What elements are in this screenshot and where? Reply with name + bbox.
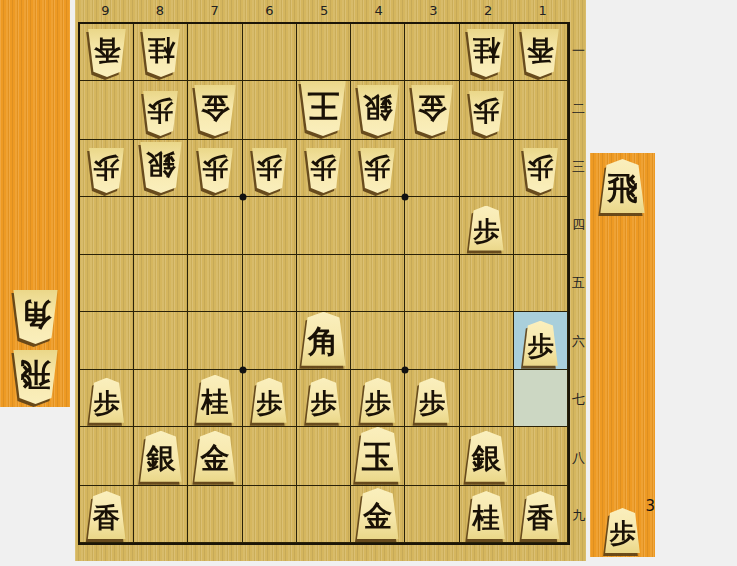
piece-sente-bishop[interactable]: 角 <box>300 312 347 366</box>
piece-body: 香 <box>520 29 560 77</box>
square-1-3[interactable]: 歩 <box>514 140 568 197</box>
piece-sente-lance[interactable]: 香 <box>520 491 560 539</box>
hand-item-pawn[interactable]: 歩3 <box>604 508 641 553</box>
square-8-7[interactable] <box>134 370 188 427</box>
piece-kanji: 歩 <box>365 155 391 181</box>
rank-label: 五 <box>571 254 586 312</box>
square-6-3[interactable]: 歩 <box>243 140 297 197</box>
file-label: 2 <box>461 0 516 21</box>
square-8-9[interactable] <box>134 486 188 543</box>
piece-kanji: 玉 <box>362 441 394 473</box>
piece-body: 歩 <box>142 91 179 136</box>
piece-sente-pawn[interactable]: 歩 <box>359 378 396 423</box>
piece-body: 銀 <box>356 85 400 136</box>
square-3-7[interactable]: 歩 <box>405 370 459 427</box>
piece-sente-pawn[interactable]: 歩 <box>88 378 125 423</box>
piece-body: 歩 <box>359 378 396 423</box>
piece-body: 銀 <box>139 431 183 482</box>
square-9-9[interactable]: 香 <box>80 486 134 543</box>
piece-kanji: 歩 <box>527 333 553 359</box>
square-9-3[interactable]: 歩 <box>80 140 134 197</box>
file-label: 1 <box>515 0 570 21</box>
square-5-7[interactable]: 歩 <box>297 370 351 427</box>
piece-gote-gold[interactable]: 金 <box>410 85 454 136</box>
square-1-2[interactable] <box>514 81 568 140</box>
piece-kanji: 香 <box>93 504 120 531</box>
piece-sente-pawn[interactable]: 歩 <box>468 206 505 251</box>
square-5-6[interactable]: 角 <box>297 312 351 370</box>
piece-kanji: 歩 <box>148 98 174 124</box>
square-8-1[interactable]: 桂 <box>134 24 188 81</box>
piece-sente-knight[interactable]: 桂 <box>466 491 506 539</box>
piece-gote-pawn[interactable]: 歩 <box>305 148 342 193</box>
piece-sente-pawn[interactable]: 歩 <box>604 508 641 553</box>
square-9-2[interactable] <box>80 81 134 140</box>
square-8-2[interactable]: 歩 <box>134 81 188 140</box>
square-4-2[interactable]: 銀 <box>351 81 405 140</box>
square-1-6[interactable]: 歩 <box>514 312 568 370</box>
piece-gote-knight[interactable]: 桂 <box>141 29 181 77</box>
square-6-9[interactable] <box>243 486 297 543</box>
file-label: 4 <box>351 0 406 21</box>
piece-body: 桂 <box>195 375 235 423</box>
square-4-3[interactable]: 歩 <box>351 140 405 197</box>
star-point <box>239 367 246 374</box>
rank-label: 四 <box>571 196 586 254</box>
star-point <box>402 367 409 374</box>
piece-kanji: 香 <box>93 37 120 64</box>
square-9-6[interactable] <box>80 312 134 370</box>
piece-kanji: 飛 <box>20 359 51 390</box>
square-7-7[interactable]: 桂 <box>188 370 242 427</box>
piece-body: 歩 <box>88 148 125 193</box>
square-9-5[interactable] <box>80 255 134 312</box>
rank-label: 六 <box>571 313 586 371</box>
piece-body: 歩 <box>305 148 342 193</box>
piece-kanji: 金 <box>417 94 446 123</box>
square-7-4[interactable] <box>188 197 242 254</box>
square-8-6[interactable] <box>134 312 188 370</box>
piece-sente-silver[interactable]: 銀 <box>464 431 508 482</box>
piece-body: 歩 <box>305 378 342 423</box>
square-2-8[interactable]: 銀 <box>460 427 514 486</box>
square-4-8[interactable]: 玉 <box>351 427 405 486</box>
piece-body: 歩 <box>522 321 559 366</box>
square-4-6[interactable] <box>351 312 405 370</box>
square-3-8[interactable] <box>405 427 459 486</box>
piece-kanji: 歩 <box>94 155 120 181</box>
piece-body: 銀 <box>139 142 183 193</box>
piece-body: 歩 <box>197 148 234 193</box>
piece-kanji: 歩 <box>94 390 120 416</box>
square-8-4[interactable] <box>134 197 188 254</box>
square-2-4[interactable]: 歩 <box>460 197 514 254</box>
square-1-5[interactable] <box>514 255 568 312</box>
piece-body: 金 <box>356 488 400 539</box>
piece-gote-rook[interactable]: 飛 <box>12 350 59 404</box>
piece-kanji: 桂 <box>473 504 500 531</box>
square-2-5[interactable] <box>460 255 514 312</box>
piece-body: 金 <box>193 431 237 482</box>
square-3-9[interactable] <box>405 486 459 543</box>
rank-label: 九 <box>571 487 586 545</box>
hand-item-bishop[interactable]: 角 <box>12 290 59 344</box>
piece-gote-pawn[interactable]: 歩 <box>522 148 559 193</box>
square-2-3[interactable] <box>460 140 514 197</box>
square-6-5[interactable] <box>243 255 297 312</box>
hand-item-rook[interactable]: 飛 <box>599 159 646 213</box>
piece-kanji: 香 <box>527 504 554 531</box>
hand-count: 3 <box>645 497 655 515</box>
piece-gote-king[interactable]: 王 <box>299 81 347 136</box>
piece-kanji: 飛 <box>607 173 638 204</box>
square-6-8[interactable] <box>243 427 297 486</box>
piece-gote-knight[interactable]: 桂 <box>466 29 506 77</box>
square-3-2[interactable]: 金 <box>405 81 459 140</box>
rank-label: 二 <box>571 80 586 138</box>
piece-body: 歩 <box>522 148 559 193</box>
piece-sente-king[interactable]: 玉 <box>354 427 402 482</box>
rank-label: 七 <box>571 371 586 429</box>
square-9-1[interactable]: 香 <box>80 24 134 81</box>
piece-kanji: 桂 <box>202 388 229 415</box>
piece-gote-silver[interactable]: 銀 <box>356 85 400 136</box>
square-5-3[interactable]: 歩 <box>297 140 351 197</box>
piece-kanji: 桂 <box>147 37 174 64</box>
rank-label: 三 <box>571 138 586 196</box>
piece-body: 王 <box>299 81 347 136</box>
piece-sente-knight[interactable]: 桂 <box>195 375 235 423</box>
piece-kanji: 歩 <box>527 155 553 181</box>
square-5-4[interactable] <box>297 197 351 254</box>
piece-kanji: 角 <box>20 299 51 330</box>
piece-gote-pawn[interactable]: 歩 <box>251 148 288 193</box>
square-2-6[interactable] <box>460 312 514 370</box>
square-4-4[interactable] <box>351 197 405 254</box>
square-2-1[interactable]: 桂 <box>460 24 514 81</box>
square-8-8[interactable]: 銀 <box>134 427 188 486</box>
shogi-app: 角飛 987654321 一二三四五六七八九 香桂桂香歩金王銀金歩歩銀歩歩歩歩歩… <box>0 0 737 566</box>
piece-body: 飛 <box>599 159 646 213</box>
square-7-2[interactable]: 金 <box>188 81 242 140</box>
piece-body: 香 <box>87 29 127 77</box>
square-4-7[interactable]: 歩 <box>351 370 405 427</box>
square-5-1[interactable] <box>297 24 351 81</box>
square-1-9[interactable]: 香 <box>514 486 568 543</box>
square-5-2[interactable]: 王 <box>297 81 351 140</box>
piece-body: 角 <box>300 312 347 366</box>
piece-kanji: 歩 <box>202 155 228 181</box>
piece-kanji: 角 <box>308 326 339 357</box>
file-label: 8 <box>133 0 188 21</box>
piece-kanji: 銀 <box>146 444 175 473</box>
piece-sente-pawn[interactable]: 歩 <box>522 321 559 366</box>
square-6-7[interactable]: 歩 <box>243 370 297 427</box>
shogi-board: 987654321 一二三四五六七八九 香桂桂香歩金王銀金歩歩銀歩歩歩歩歩歩角歩… <box>75 0 586 561</box>
square-5-5[interactable] <box>297 255 351 312</box>
piece-kanji: 歩 <box>256 390 282 416</box>
piece-body: 歩 <box>604 508 641 553</box>
piece-body: 歩 <box>359 148 396 193</box>
square-6-2[interactable] <box>243 81 297 140</box>
square-9-7[interactable]: 歩 <box>80 370 134 427</box>
piece-kanji: 銀 <box>363 94 392 123</box>
rank-label: 一 <box>571 22 586 80</box>
piece-body: 飛 <box>12 350 59 404</box>
square-1-4[interactable] <box>514 197 568 254</box>
piece-gote-lance[interactable]: 香 <box>87 29 127 77</box>
square-6-6[interactable] <box>243 312 297 370</box>
square-2-2[interactable]: 歩 <box>460 81 514 140</box>
piece-kanji: 歩 <box>365 390 391 416</box>
square-4-1[interactable] <box>351 24 405 81</box>
piece-sente-pawn[interactable]: 歩 <box>413 378 450 423</box>
piece-body: 歩 <box>413 378 450 423</box>
piece-body: 桂 <box>466 491 506 539</box>
sente-hand: 飛歩3 <box>590 153 655 557</box>
square-3-5[interactable] <box>405 255 459 312</box>
square-3-1[interactable] <box>405 24 459 81</box>
piece-gote-gold[interactable]: 金 <box>193 85 237 136</box>
piece-sente-gold[interactable]: 金 <box>356 488 400 539</box>
piece-body: 歩 <box>251 378 288 423</box>
piece-kanji: 銀 <box>146 151 175 180</box>
piece-sente-gold[interactable]: 金 <box>193 431 237 482</box>
piece-body: 歩 <box>468 206 505 251</box>
star-point <box>402 193 409 200</box>
piece-kanji: 歩 <box>310 155 336 181</box>
square-7-6[interactable] <box>188 312 242 370</box>
square-8-5[interactable] <box>134 255 188 312</box>
piece-kanji: 歩 <box>256 155 282 181</box>
file-labels: 987654321 <box>78 0 570 21</box>
square-9-4[interactable] <box>80 197 134 254</box>
square-2-9[interactable]: 桂 <box>460 486 514 543</box>
square-2-7[interactable] <box>460 370 514 427</box>
file-label: 6 <box>242 0 297 21</box>
rank-label: 八 <box>571 429 586 487</box>
piece-kanji: 歩 <box>610 520 636 546</box>
piece-kanji: 王 <box>307 90 339 122</box>
piece-body: 金 <box>410 85 454 136</box>
square-1-8[interactable] <box>514 427 568 486</box>
piece-kanji: 歩 <box>473 98 499 124</box>
piece-body: 角 <box>12 290 59 344</box>
square-3-3[interactable] <box>405 140 459 197</box>
square-5-9[interactable] <box>297 486 351 543</box>
square-5-8[interactable] <box>297 427 351 486</box>
piece-sente-pawn[interactable]: 歩 <box>305 378 342 423</box>
gote-hand: 角飛 <box>0 290 70 404</box>
piece-sente-silver[interactable]: 銀 <box>139 431 183 482</box>
sente-hand-tray: 飛歩3 <box>590 153 655 557</box>
piece-sente-lance[interactable]: 香 <box>87 491 127 539</box>
piece-kanji: 金 <box>363 502 392 531</box>
piece-kanji: 歩 <box>419 390 445 416</box>
piece-gote-pawn[interactable]: 歩 <box>468 91 505 136</box>
star-point <box>239 193 246 200</box>
piece-body: 桂 <box>466 29 506 77</box>
piece-gote-pawn[interactable]: 歩 <box>359 148 396 193</box>
piece-body: 桂 <box>141 29 181 77</box>
square-6-4[interactable] <box>243 197 297 254</box>
square-7-8[interactable]: 金 <box>188 427 242 486</box>
square-3-4[interactable] <box>405 197 459 254</box>
piece-kanji: 香 <box>527 37 554 64</box>
piece-kanji: 金 <box>201 94 230 123</box>
file-label: 5 <box>297 0 352 21</box>
square-6-1[interactable] <box>243 24 297 81</box>
square-1-7[interactable] <box>514 370 568 427</box>
square-7-9[interactable] <box>188 486 242 543</box>
piece-body: 香 <box>87 491 127 539</box>
file-label: 9 <box>78 0 133 21</box>
rank-labels: 一二三四五六七八九 <box>571 22 586 545</box>
piece-gote-pawn[interactable]: 歩 <box>142 91 179 136</box>
square-3-6[interactable] <box>405 312 459 370</box>
piece-kanji: 桂 <box>473 37 500 64</box>
piece-kanji: 歩 <box>310 390 336 416</box>
board-grid: 香桂桂香歩金王銀金歩歩銀歩歩歩歩歩歩角歩歩桂歩歩歩歩銀金玉銀香金桂香 <box>78 22 570 545</box>
piece-gote-lance[interactable]: 香 <box>520 29 560 77</box>
piece-body: 銀 <box>464 431 508 482</box>
piece-body: 玉 <box>354 427 402 482</box>
file-label: 3 <box>406 0 461 21</box>
piece-gote-pawn[interactable]: 歩 <box>88 148 125 193</box>
piece-gote-pawn[interactable]: 歩 <box>197 148 234 193</box>
piece-body: 歩 <box>88 378 125 423</box>
piece-sente-rook[interactable]: 飛 <box>599 159 646 213</box>
piece-kanji: 金 <box>201 444 230 473</box>
square-7-5[interactable] <box>188 255 242 312</box>
piece-body: 香 <box>520 491 560 539</box>
piece-body: 歩 <box>251 148 288 193</box>
square-8-3[interactable]: 銀 <box>134 140 188 197</box>
square-1-1[interactable]: 香 <box>514 24 568 81</box>
piece-gote-bishop[interactable]: 角 <box>12 290 59 344</box>
square-7-1[interactable] <box>188 24 242 81</box>
square-4-9[interactable]: 金 <box>351 486 405 543</box>
file-label: 7 <box>187 0 242 21</box>
hand-item-rook[interactable]: 飛 <box>12 350 59 404</box>
piece-gote-silver[interactable]: 銀 <box>139 142 183 193</box>
piece-body: 歩 <box>468 91 505 136</box>
square-9-8[interactable] <box>80 427 134 486</box>
piece-sente-pawn[interactable]: 歩 <box>251 378 288 423</box>
piece-kanji: 歩 <box>473 218 499 244</box>
square-4-5[interactable] <box>351 255 405 312</box>
piece-body: 金 <box>193 85 237 136</box>
gote-hand-tray: 角飛 <box>0 0 70 407</box>
piece-kanji: 銀 <box>472 444 501 473</box>
square-7-3[interactable]: 歩 <box>188 140 242 197</box>
